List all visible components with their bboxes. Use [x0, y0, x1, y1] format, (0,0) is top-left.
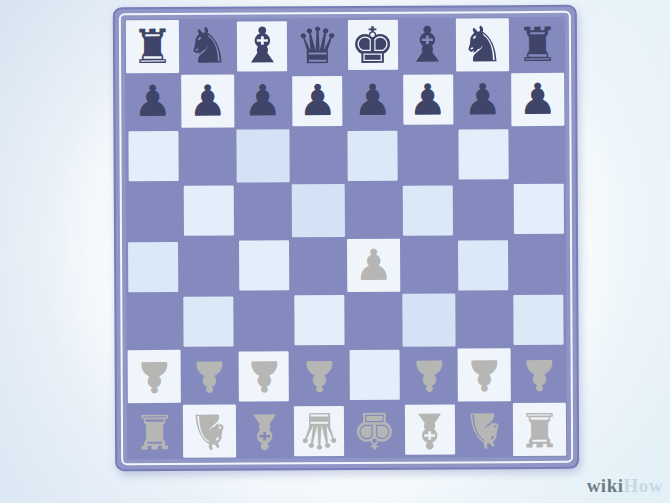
light-square-tile — [402, 293, 455, 346]
square-e6[interactable] — [345, 128, 400, 183]
light-square-tile — [348, 20, 398, 70]
light-square-tile — [184, 186, 234, 236]
piece-black-pawn: ♟ — [455, 72, 510, 127]
wikihow-watermark-wiki: wiki — [587, 475, 624, 496]
light-square-tile — [183, 405, 236, 458]
square-g7[interactable]: ♟ — [455, 72, 510, 127]
square-g4[interactable] — [456, 237, 511, 292]
square-h4[interactable] — [511, 237, 566, 292]
square-b1[interactable]: ♞ — [182, 404, 237, 459]
light-square-tile — [347, 239, 400, 292]
square-d5[interactable] — [291, 183, 346, 238]
square-a2[interactable]: ♟ — [127, 349, 182, 404]
light-square-tile — [403, 185, 453, 235]
piece-white-rook: ♜ — [127, 404, 182, 459]
square-d8[interactable]: ♛ — [290, 18, 345, 73]
square-h7[interactable]: ♟ — [510, 72, 565, 127]
light-square-tile — [347, 131, 397, 181]
piece-white-pawn: ♟ — [292, 348, 347, 403]
square-d2[interactable]: ♟ — [292, 348, 347, 403]
square-a3[interactable] — [126, 294, 181, 349]
light-square-tile — [405, 404, 455, 454]
light-square-tile — [292, 184, 345, 237]
square-h2[interactable]: ♟ — [512, 347, 567, 402]
square-b3[interactable] — [181, 294, 236, 349]
light-square-tile — [126, 20, 179, 73]
square-h1[interactable]: ♜ — [512, 402, 567, 457]
piece-black-pawn: ♟ — [235, 73, 290, 128]
light-square-tile — [458, 348, 511, 401]
piece-black-pawn: ♟ — [345, 73, 400, 128]
square-g6[interactable] — [455, 127, 510, 182]
wikihow-watermark-how: How — [624, 475, 664, 496]
square-h8[interactable]: ♜ — [510, 17, 565, 72]
square-b2[interactable]: ♟ — [182, 349, 237, 404]
square-f2[interactable]: ♟ — [402, 347, 457, 402]
piece-white-king: ♚ — [347, 403, 402, 458]
square-e3[interactable] — [346, 293, 401, 348]
light-square-tile — [237, 21, 287, 71]
light-square-tile — [128, 242, 178, 292]
wikihow-watermark: wikiHow — [587, 475, 663, 497]
light-square-tile — [128, 131, 178, 181]
square-c2[interactable]: ♟ — [237, 348, 292, 403]
square-f3[interactable] — [401, 292, 456, 347]
light-square-tile — [239, 351, 289, 401]
square-g8[interactable]: ♞ — [455, 17, 510, 72]
light-square-tile — [236, 129, 289, 182]
square-a1[interactable]: ♜ — [127, 404, 182, 459]
chess-board: ♜♞♝♛♚♝♞♜♟♟♟♟♟♟♟♟♟♟♟♟♟♟♟♟♜♞♝♛♚♝♞♜ — [125, 17, 567, 459]
square-e7[interactable]: ♟ — [345, 73, 400, 128]
square-a6[interactable] — [125, 129, 180, 184]
light-square-tile — [128, 350, 181, 403]
piece-white-knight: ♞ — [457, 402, 512, 457]
square-b5[interactable] — [181, 184, 236, 239]
square-a8[interactable]: ♜ — [125, 19, 180, 74]
light-square-tile — [456, 18, 509, 71]
square-d1[interactable]: ♛ — [292, 403, 347, 458]
square-f8[interactable]: ♝ — [400, 17, 455, 72]
piece-black-rook: ♜ — [510, 17, 565, 72]
light-square-tile — [513, 403, 566, 456]
light-square-tile — [292, 76, 342, 126]
square-e2[interactable] — [347, 348, 402, 403]
square-b7[interactable]: ♟ — [180, 74, 235, 129]
square-d3[interactable] — [291, 293, 346, 348]
square-d6[interactable] — [290, 128, 345, 183]
light-square-tile — [458, 240, 508, 290]
light-square-tile — [511, 73, 564, 126]
square-b4[interactable] — [181, 239, 236, 294]
square-f5[interactable] — [401, 182, 456, 237]
square-a7[interactable]: ♟ — [125, 74, 180, 129]
square-d4[interactable] — [291, 238, 346, 293]
piece-white-bishop: ♝ — [237, 403, 292, 458]
piece-white-pawn: ♟ — [182, 349, 237, 404]
square-d7[interactable]: ♟ — [290, 73, 345, 128]
square-c8[interactable]: ♝ — [235, 18, 290, 73]
light-square-tile — [181, 75, 234, 128]
square-f1[interactable]: ♝ — [402, 402, 457, 457]
light-square-tile — [294, 295, 344, 345]
square-b8[interactable]: ♞ — [180, 19, 235, 74]
light-square-tile — [183, 297, 233, 347]
light-square-tile — [350, 350, 400, 400]
square-h3[interactable] — [511, 292, 566, 347]
square-g2[interactable]: ♟ — [457, 347, 512, 402]
light-square-tile — [514, 184, 564, 234]
piece-white-pawn: ♟ — [402, 347, 457, 402]
square-c4[interactable] — [236, 238, 291, 293]
square-c7[interactable]: ♟ — [235, 73, 290, 128]
square-f6[interactable] — [400, 127, 455, 182]
light-square-tile — [403, 74, 453, 124]
square-b6[interactable] — [180, 129, 235, 184]
piece-black-queen: ♛ — [290, 18, 345, 73]
piece-black-bishop: ♝ — [400, 17, 455, 72]
light-square-tile — [239, 240, 289, 290]
square-h6[interactable] — [510, 127, 565, 182]
light-square-tile — [513, 295, 563, 345]
square-e4[interactable]: ♟ — [346, 238, 401, 293]
square-c3[interactable] — [236, 293, 291, 348]
square-h5[interactable] — [511, 182, 566, 237]
square-g1[interactable]: ♞ — [457, 402, 512, 457]
piece-black-knight: ♞ — [180, 19, 235, 74]
light-square-tile — [294, 406, 344, 456]
square-c5[interactable] — [236, 183, 291, 238]
square-g3[interactable] — [456, 292, 511, 347]
square-e1[interactable]: ♚ — [347, 403, 402, 458]
chess-board-frame: ♜♞♝♛♚♝♞♜♟♟♟♟♟♟♟♟♟♟♟♟♟♟♟♟♜♞♝♛♚♝♞♜ — [113, 5, 579, 471]
square-f7[interactable]: ♟ — [400, 72, 455, 127]
light-square-tile — [458, 129, 508, 179]
square-e5[interactable] — [346, 183, 401, 238]
piece-black-pawn: ♟ — [125, 74, 180, 129]
square-g5[interactable] — [456, 182, 511, 237]
piece-white-pawn: ♟ — [512, 347, 567, 402]
square-a4[interactable] — [126, 239, 181, 294]
illustration-canvas: ♜♞♝♛♚♝♞♜♟♟♟♟♟♟♟♟♟♟♟♟♟♟♟♟♜♞♝♛♚♝♞♜ wikiHow — [0, 0, 670, 503]
square-e8[interactable]: ♚ — [345, 18, 400, 73]
square-c1[interactable]: ♝ — [237, 403, 292, 458]
square-a5[interactable] — [126, 184, 181, 239]
square-c6[interactable] — [235, 128, 290, 183]
square-f4[interactable] — [401, 237, 456, 292]
